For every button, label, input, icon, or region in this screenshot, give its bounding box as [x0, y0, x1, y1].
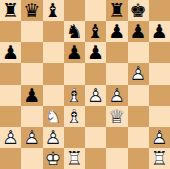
square-c3[interactable]: ♞♘ — [43, 106, 64, 127]
square-e5[interactable] — [85, 63, 106, 84]
square-f3[interactable]: ♛♕ — [106, 106, 127, 127]
square-e7[interactable]: ♝ — [85, 21, 106, 42]
square-e8[interactable] — [85, 0, 106, 21]
square-b8[interactable]: ♛ — [21, 0, 42, 21]
square-a6[interactable]: ♟ — [0, 42, 21, 63]
square-e6[interactable]: ♟ — [85, 42, 106, 63]
square-c2[interactable]: ♟♙ — [43, 127, 64, 148]
black-king: ♚ — [128, 0, 149, 21]
white-queen: ♛♕ — [106, 106, 127, 127]
square-f4[interactable]: ♟♙ — [106, 85, 127, 106]
black-pawn: ♟ — [85, 42, 106, 63]
white-pawn: ♟♙ — [85, 85, 106, 106]
square-a2[interactable]: ♟♙ — [0, 127, 21, 148]
square-e3[interactable] — [85, 106, 106, 127]
square-d1[interactable]: ♜♖ — [64, 148, 85, 169]
square-g7[interactable]: ♟ — [128, 21, 149, 42]
square-c7[interactable] — [43, 21, 64, 42]
square-d4[interactable]: ♝♗ — [64, 85, 85, 106]
black-pawn: ♟ — [106, 21, 127, 42]
white-rook: ♜♖ — [64, 148, 85, 169]
square-a7[interactable] — [0, 21, 21, 42]
square-d5[interactable] — [64, 63, 85, 84]
square-c6[interactable] — [43, 42, 64, 63]
square-g2[interactable] — [128, 127, 149, 148]
square-g5[interactable]: ♟♙ — [128, 63, 149, 84]
square-b4[interactable]: ♟ — [21, 85, 42, 106]
black-knight: ♞ — [64, 21, 85, 42]
black-rook: ♜ — [0, 0, 21, 21]
white-bishop: ♝♗ — [64, 85, 85, 106]
square-g8[interactable]: ♚ — [128, 0, 149, 21]
square-a4[interactable] — [0, 85, 21, 106]
black-rook: ♜ — [106, 0, 127, 21]
black-pawn: ♟ — [0, 42, 21, 63]
white-pawn: ♟♙ — [43, 127, 64, 148]
square-g4[interactable] — [128, 85, 149, 106]
square-b6[interactable] — [21, 42, 42, 63]
square-e4[interactable]: ♟♙ — [85, 85, 106, 106]
square-a3[interactable] — [0, 106, 21, 127]
black-pawn: ♟ — [21, 85, 42, 106]
square-a8[interactable]: ♜ — [0, 0, 21, 21]
square-b5[interactable] — [21, 63, 42, 84]
square-e2[interactable] — [85, 127, 106, 148]
square-d8[interactable] — [64, 0, 85, 21]
black-bishop: ♝ — [85, 21, 106, 42]
square-d7[interactable]: ♞ — [64, 21, 85, 42]
black-bishop: ♝ — [43, 0, 64, 21]
square-f8[interactable]: ♜ — [106, 0, 127, 21]
square-g6[interactable] — [128, 42, 149, 63]
square-g1[interactable] — [128, 148, 149, 169]
square-f1[interactable] — [106, 148, 127, 169]
square-c5[interactable] — [43, 63, 64, 84]
square-h7[interactable]: ♟ — [149, 21, 170, 42]
square-c4[interactable] — [43, 85, 64, 106]
chess-board: ♜♛♝♜♚♞♝♟♟♟♟♟♟♟♙♟♝♗♟♙♟♙♞♘♝♗♛♕♟♙♟♙♟♙♟♙♚♔♜♖… — [0, 0, 170, 169]
square-h1[interactable]: ♜♖ — [149, 148, 170, 169]
square-h4[interactable] — [149, 85, 170, 106]
white-pawn: ♟♙ — [106, 85, 127, 106]
square-b1[interactable] — [21, 148, 42, 169]
white-pawn: ♟♙ — [128, 63, 149, 84]
square-f6[interactable] — [106, 42, 127, 63]
square-a5[interactable] — [0, 63, 21, 84]
black-queen: ♛ — [21, 0, 42, 21]
square-b7[interactable] — [21, 21, 42, 42]
square-e1[interactable] — [85, 148, 106, 169]
square-h3[interactable] — [149, 106, 170, 127]
white-king: ♚♔ — [43, 148, 64, 169]
square-f2[interactable] — [106, 127, 127, 148]
square-d2[interactable] — [64, 127, 85, 148]
square-b3[interactable] — [21, 106, 42, 127]
white-bishop: ♝♗ — [64, 106, 85, 127]
square-a1[interactable] — [0, 148, 21, 169]
white-rook: ♜♖ — [149, 148, 170, 169]
white-pawn: ♟♙ — [0, 127, 21, 148]
white-pawn: ♟♙ — [149, 127, 170, 148]
square-b2[interactable]: ♟♙ — [21, 127, 42, 148]
black-pawn: ♟ — [128, 21, 149, 42]
black-pawn: ♟ — [149, 21, 170, 42]
white-knight: ♞♘ — [43, 106, 64, 127]
square-c8[interactable]: ♝ — [43, 0, 64, 21]
square-d6[interactable]: ♟ — [64, 42, 85, 63]
square-g3[interactable] — [128, 106, 149, 127]
square-f5[interactable] — [106, 63, 127, 84]
square-c1[interactable]: ♚♔ — [43, 148, 64, 169]
square-d3[interactable]: ♝♗ — [64, 106, 85, 127]
square-f7[interactable]: ♟ — [106, 21, 127, 42]
square-h6[interactable] — [149, 42, 170, 63]
black-pawn: ♟ — [64, 42, 85, 63]
square-h5[interactable] — [149, 63, 170, 84]
square-h8[interactable] — [149, 0, 170, 21]
white-pawn: ♟♙ — [21, 127, 42, 148]
square-h2[interactable]: ♟♙ — [149, 127, 170, 148]
